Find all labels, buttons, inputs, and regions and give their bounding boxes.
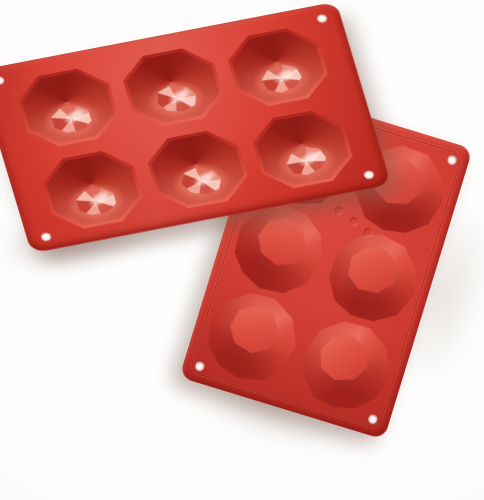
dome-top-facet	[319, 335, 370, 382]
product-photo-scene	[0, 0, 484, 500]
gem-cavity	[8, 61, 128, 154]
cavity-walls	[118, 44, 228, 130]
cavity-walls	[38, 147, 148, 233]
cavity-walls	[13, 65, 123, 151]
gem-cavity	[138, 123, 258, 216]
dome-top-facet	[344, 243, 401, 297]
gem-cavity	[218, 20, 338, 113]
gem-cavity	[33, 143, 153, 236]
cavity-walls	[143, 127, 253, 213]
corner-hole	[40, 232, 52, 242]
corner-hole	[316, 13, 328, 23]
corner-hole	[0, 75, 5, 85]
dome-top-facet	[221, 297, 287, 362]
cavity-walls	[223, 24, 333, 110]
gem-cavity	[113, 41, 233, 134]
cavity-walls	[248, 107, 358, 193]
corner-hole	[363, 170, 375, 180]
gem-cavity	[243, 103, 363, 196]
dome-top-facet	[249, 209, 316, 275]
